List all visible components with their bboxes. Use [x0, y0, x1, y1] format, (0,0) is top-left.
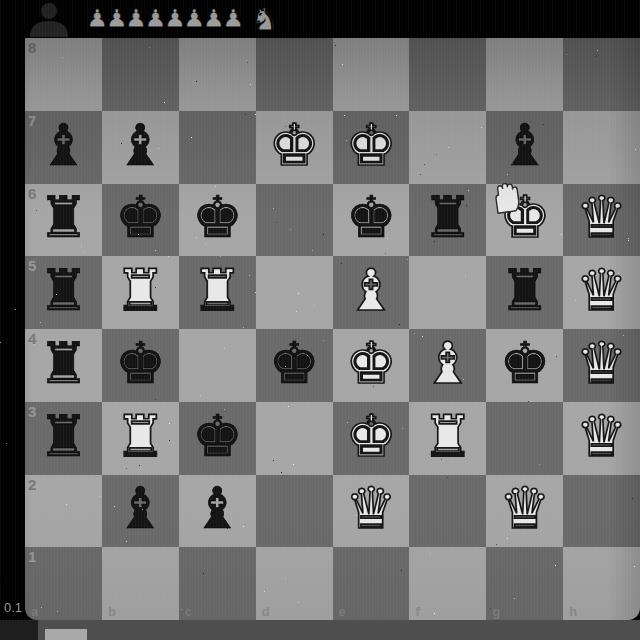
- piece-black-rook: ♜: [38, 262, 89, 319]
- square-d3[interactable]: [256, 402, 333, 475]
- square-c2[interactable]: ♝: [179, 475, 256, 548]
- square-h7[interactable]: [563, 111, 640, 184]
- piece-black-bishop: ♝: [38, 117, 89, 174]
- square-c6[interactable]: ♚: [179, 184, 256, 257]
- chess-board[interactable]: 87♝♝♚♚♝6♜♚♚♚♜♚♛5♜♜♜♝♜♛4♜♚♚♚♝♚♛3♜♜♚♚♜♛2♝♝…: [25, 38, 640, 620]
- piece-black-king: ♚: [115, 335, 166, 392]
- square-b1[interactable]: b: [102, 547, 179, 620]
- square-g4[interactable]: ♚: [486, 329, 563, 402]
- piece-black-bishop: ♝: [192, 480, 243, 537]
- square-a2[interactable]: 2: [25, 475, 102, 548]
- piece-black-rook: ♜: [38, 335, 89, 392]
- square-a1[interactable]: 1a: [25, 547, 102, 620]
- square-b5[interactable]: ♜: [102, 256, 179, 329]
- score-text: 0.1: [4, 600, 22, 615]
- square-b3[interactable]: ♜: [102, 402, 179, 475]
- square-e8[interactable]: [333, 38, 410, 111]
- rank-label-6: 6: [28, 185, 36, 202]
- square-e6[interactable]: ♚: [333, 184, 410, 257]
- rank-label-4: 4: [28, 330, 36, 347]
- bezel-shadow: [0, 620, 38, 640]
- piece-black-king: ♚: [269, 335, 320, 392]
- file-label-h: h: [569, 604, 577, 619]
- square-c4[interactable]: [179, 329, 256, 402]
- square-b2[interactable]: ♝: [102, 475, 179, 548]
- square-f6[interactable]: ♜: [409, 184, 486, 257]
- square-b4[interactable]: ♚: [102, 329, 179, 402]
- square-h8[interactable]: [563, 38, 640, 111]
- piece-black-bishop: ♝: [115, 117, 166, 174]
- square-f3[interactable]: ♜: [409, 402, 486, 475]
- square-g2[interactable]: ♛: [486, 475, 563, 548]
- player-avatar-icon: [26, 1, 72, 37]
- square-h6[interactable]: ♛: [563, 184, 640, 257]
- file-label-f: f: [415, 604, 419, 619]
- square-c8[interactable]: [179, 38, 256, 111]
- rank-label-5: 5: [28, 257, 36, 274]
- piece-black-rook: ♜: [422, 189, 473, 246]
- square-a6[interactable]: 6♜: [25, 184, 102, 257]
- square-d8[interactable]: [256, 38, 333, 111]
- square-f8[interactable]: [409, 38, 486, 111]
- file-label-a: a: [31, 604, 38, 619]
- square-g1[interactable]: g: [486, 547, 563, 620]
- square-f5[interactable]: [409, 256, 486, 329]
- square-e4[interactable]: ♚: [333, 329, 410, 402]
- square-f2[interactable]: [409, 475, 486, 548]
- piece-black-king: ♚: [192, 408, 243, 465]
- file-label-g: g: [492, 604, 500, 619]
- square-b8[interactable]: [102, 38, 179, 111]
- square-d5[interactable]: [256, 256, 333, 329]
- piece-white-rook: ♜: [422, 408, 473, 465]
- square-h2[interactable]: [563, 475, 640, 548]
- bezel-logo-area: [45, 629, 87, 640]
- device-bezel: [0, 620, 640, 640]
- square-c1[interactable]: c: [179, 547, 256, 620]
- piece-white-bishop: ♝: [422, 335, 473, 392]
- square-g8[interactable]: [486, 38, 563, 111]
- file-label-b: b: [108, 604, 116, 619]
- file-label-d: d: [262, 604, 270, 619]
- piece-white-queen: ♛: [499, 480, 550, 537]
- square-d4[interactable]: ♚: [256, 329, 333, 402]
- square-a8[interactable]: 8: [25, 38, 102, 111]
- piece-white-king: ♚: [345, 408, 396, 465]
- piece-white-queen: ♛: [576, 189, 627, 246]
- square-g7[interactable]: ♝: [486, 111, 563, 184]
- piece-white-rook: ♜: [115, 262, 166, 319]
- square-e1[interactable]: e: [333, 547, 410, 620]
- square-c3[interactable]: ♚: [179, 402, 256, 475]
- captured-knight-icon: ♞: [251, 0, 279, 38]
- piece-black-king: ♚: [345, 189, 396, 246]
- file-label-e: e: [339, 604, 346, 619]
- square-e3[interactable]: ♚: [333, 402, 410, 475]
- piece-black-bishop: ♝: [115, 480, 166, 537]
- rank-label-1: 1: [28, 548, 36, 565]
- piece-white-bishop: ♝: [345, 262, 396, 319]
- captured-pawns-icons: ♟♟♟♟♟♟♟♟: [86, 0, 241, 38]
- piece-black-king: ♚: [115, 189, 166, 246]
- square-a5[interactable]: 5♜: [25, 256, 102, 329]
- hand-cursor-icon: [486, 180, 526, 217]
- chess-app-screen: ♟♟♟♟♟♟♟♟ ♞ 87♝♝♚♚♝6♜♚♚♚♜♚♛5♜♜♜♝♜♛4♜♚♚♚♝♚…: [0, 0, 640, 640]
- rank-label-8: 8: [28, 39, 36, 56]
- piece-white-king: ♚: [269, 117, 320, 174]
- piece-black-rook: ♜: [38, 408, 89, 465]
- rank-label-3: 3: [28, 403, 36, 420]
- square-b6[interactable]: ♚: [102, 184, 179, 257]
- piece-white-king: ♚: [345, 117, 396, 174]
- square-d6[interactable]: [256, 184, 333, 257]
- piece-white-queen: ♛: [576, 408, 627, 465]
- square-g3[interactable]: [486, 402, 563, 475]
- square-f1[interactable]: f: [409, 547, 486, 620]
- square-h4[interactable]: ♛: [563, 329, 640, 402]
- square-f7[interactable]: [409, 111, 486, 184]
- square-g5[interactable]: ♜: [486, 256, 563, 329]
- square-h5[interactable]: ♛: [563, 256, 640, 329]
- square-d1[interactable]: d: [256, 547, 333, 620]
- square-h1[interactable]: h: [563, 547, 640, 620]
- square-f4[interactable]: ♝: [409, 329, 486, 402]
- piece-white-queen: ♛: [576, 262, 627, 319]
- captured-pieces-bar: ♟♟♟♟♟♟♟♟ ♞: [0, 0, 640, 38]
- rank-label-7: 7: [28, 112, 36, 129]
- square-a4[interactable]: 4♜: [25, 329, 102, 402]
- rank-label-2: 2: [28, 476, 36, 493]
- square-e2[interactable]: ♛: [333, 475, 410, 548]
- square-c7[interactable]: [179, 111, 256, 184]
- piece-black-bishop: ♝: [499, 117, 550, 174]
- square-e7[interactable]: ♚: [333, 111, 410, 184]
- piece-white-rook: ♜: [115, 408, 166, 465]
- piece-white-queen: ♛: [345, 480, 396, 537]
- square-a7[interactable]: 7♝: [25, 111, 102, 184]
- square-d2[interactable]: [256, 475, 333, 548]
- piece-white-rook: ♜: [192, 262, 243, 319]
- file-label-c: c: [185, 604, 192, 619]
- square-h3[interactable]: ♛: [563, 402, 640, 475]
- square-b7[interactable]: ♝: [102, 111, 179, 184]
- square-d7[interactable]: ♚: [256, 111, 333, 184]
- piece-black-rook: ♜: [38, 189, 89, 246]
- square-a3[interactable]: 3♜: [25, 402, 102, 475]
- piece-white-queen: ♛: [576, 335, 627, 392]
- piece-black-king: ♚: [192, 189, 243, 246]
- piece-black-king: ♚: [499, 335, 550, 392]
- piece-white-king: ♚: [345, 335, 396, 392]
- square-e5[interactable]: ♝: [333, 256, 410, 329]
- piece-black-rook: ♜: [499, 262, 550, 319]
- square-c5[interactable]: ♜: [179, 256, 256, 329]
